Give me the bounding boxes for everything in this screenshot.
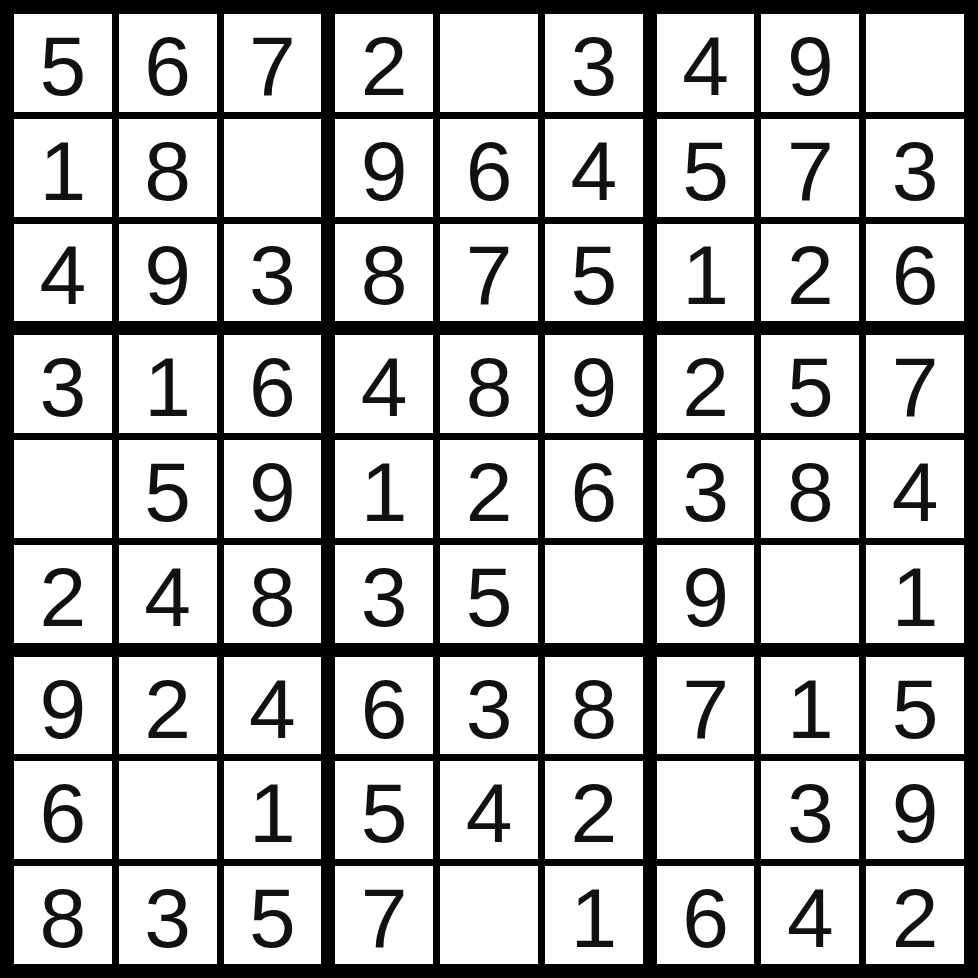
cell-r7c9: 5 (866, 657, 964, 755)
given-digit: 8 (144, 129, 191, 213)
cell-r3c5: 7 (440, 224, 538, 322)
given-digit: 3 (682, 450, 729, 534)
sudoku-box-3: 49573126 (657, 14, 964, 321)
given-digit: 4 (144, 555, 191, 639)
cell-r9c4: 7 (335, 866, 433, 964)
sudoku-box-1: 56718493 (14, 14, 321, 321)
given-digit: 8 (570, 667, 617, 751)
given-digit: 9 (892, 771, 939, 855)
cell-r4c8: 5 (761, 335, 859, 433)
sudoku-box-4: 31659248 (14, 335, 321, 642)
sudoku-box-5: 48912635 (335, 335, 642, 642)
cell-r8c9: 9 (866, 761, 964, 859)
cell-r6c4: 3 (335, 545, 433, 643)
given-digit: 3 (361, 555, 408, 639)
cell-r2c8: 7 (761, 119, 859, 217)
given-digit: 1 (361, 450, 408, 534)
given-digit: 5 (466, 555, 513, 639)
cell-r6c9: 1 (866, 545, 964, 643)
cell-r6c1: 2 (14, 545, 112, 643)
cell-r6c8[interactable] (761, 545, 859, 643)
cell-r2c2: 8 (119, 119, 217, 217)
cell-r1c2: 6 (119, 14, 217, 112)
cell-r2c4: 9 (335, 119, 433, 217)
cell-r7c3: 4 (224, 657, 322, 755)
cell-r7c2: 2 (119, 657, 217, 755)
cell-r4c9: 7 (866, 335, 964, 433)
given-digit: 5 (682, 129, 729, 213)
given-digit: 6 (682, 876, 729, 960)
given-digit: 9 (40, 667, 87, 751)
given-digit: 3 (570, 24, 617, 108)
cell-r1c3: 7 (224, 14, 322, 112)
cell-r5c3: 9 (224, 440, 322, 538)
cell-r3c8: 2 (761, 224, 859, 322)
given-digit: 2 (144, 667, 191, 751)
cell-r1c4: 2 (335, 14, 433, 112)
given-digit: 7 (892, 345, 939, 429)
cell-r9c9: 2 (866, 866, 964, 964)
cell-r5c2: 5 (119, 440, 217, 538)
given-digit: 5 (361, 771, 408, 855)
given-digit: 1 (249, 771, 296, 855)
given-digit: 8 (466, 345, 513, 429)
cell-r8c1: 6 (14, 761, 112, 859)
given-digit: 1 (144, 345, 191, 429)
given-digit: 4 (570, 129, 617, 213)
given-digit: 6 (892, 233, 939, 317)
cell-r5c4: 1 (335, 440, 433, 538)
cell-r9c1: 8 (14, 866, 112, 964)
cell-r7c4: 6 (335, 657, 433, 755)
sudoku-box-8: 63854271 (335, 657, 642, 964)
cell-r3c7: 1 (657, 224, 755, 322)
given-digit: 4 (892, 450, 939, 534)
given-digit: 1 (787, 667, 834, 751)
cell-r4c7: 2 (657, 335, 755, 433)
given-digit: 5 (892, 667, 939, 751)
cell-r8c8: 3 (761, 761, 859, 859)
given-digit: 9 (249, 450, 296, 534)
given-digit: 8 (361, 233, 408, 317)
cell-r8c5: 4 (440, 761, 538, 859)
given-digit: 8 (249, 555, 296, 639)
sudoku-box-2: 23964875 (335, 14, 642, 321)
given-digit: 1 (682, 233, 729, 317)
given-digit: 7 (361, 876, 408, 960)
cell-r1c9[interactable] (866, 14, 964, 112)
cell-r6c5: 5 (440, 545, 538, 643)
cell-r7c6: 8 (545, 657, 643, 755)
given-digit: 2 (682, 345, 729, 429)
cell-r9c7: 6 (657, 866, 755, 964)
cell-r5c9: 4 (866, 440, 964, 538)
cell-r8c7[interactable] (657, 761, 755, 859)
given-digit: 5 (570, 233, 617, 317)
cell-r2c7: 5 (657, 119, 755, 217)
given-digit: 7 (682, 667, 729, 751)
given-digit: 7 (249, 24, 296, 108)
cell-r2c9: 3 (866, 119, 964, 217)
cell-r5c1[interactable] (14, 440, 112, 538)
cell-r9c6: 1 (545, 866, 643, 964)
given-digit: 9 (361, 129, 408, 213)
given-digit: 3 (892, 129, 939, 213)
cell-r1c6: 3 (545, 14, 643, 112)
given-digit: 9 (787, 24, 834, 108)
cell-r4c4: 4 (335, 335, 433, 433)
cell-r2c1: 1 (14, 119, 112, 217)
given-digit: 6 (144, 24, 191, 108)
given-digit: 6 (466, 129, 513, 213)
given-digit: 8 (787, 450, 834, 534)
cell-r4c3: 6 (224, 335, 322, 433)
cell-r6c6[interactable] (545, 545, 643, 643)
given-digit: 6 (249, 345, 296, 429)
cell-r5c5: 2 (440, 440, 538, 538)
cell-r3c4: 8 (335, 224, 433, 322)
given-digit: 6 (570, 450, 617, 534)
given-digit: 2 (466, 450, 513, 534)
given-digit: 2 (361, 24, 408, 108)
given-digit: 3 (144, 876, 191, 960)
given-digit: 4 (361, 345, 408, 429)
given-digit: 8 (40, 876, 87, 960)
given-digit: 7 (787, 129, 834, 213)
cell-r1c8: 9 (761, 14, 859, 112)
cell-r2c6: 4 (545, 119, 643, 217)
cell-r1c7: 4 (657, 14, 755, 112)
cell-r6c3: 8 (224, 545, 322, 643)
given-digit: 4 (787, 876, 834, 960)
cell-r5c8: 8 (761, 440, 859, 538)
cell-r7c7: 7 (657, 657, 755, 755)
given-digit: 3 (40, 345, 87, 429)
cell-r1c5[interactable] (440, 14, 538, 112)
given-digit: 5 (249, 876, 296, 960)
cell-r6c7: 9 (657, 545, 755, 643)
cell-r1c1: 5 (14, 14, 112, 112)
cell-r9c3: 5 (224, 866, 322, 964)
sudoku-box-6: 25738491 (657, 335, 964, 642)
given-digit: 5 (40, 24, 87, 108)
given-digit: 3 (466, 667, 513, 751)
given-digit: 9 (682, 555, 729, 639)
cell-r9c8: 4 (761, 866, 859, 964)
cell-r4c6: 9 (545, 335, 643, 433)
cell-r3c6: 5 (545, 224, 643, 322)
cell-r8c6: 2 (545, 761, 643, 859)
cell-r6c2: 4 (119, 545, 217, 643)
sudoku-board: 5671849323964875495731263165924848912635… (0, 0, 978, 978)
cell-r5c7: 3 (657, 440, 755, 538)
cell-r2c3[interactable] (224, 119, 322, 217)
cell-r3c1: 4 (14, 224, 112, 322)
given-digit: 2 (570, 771, 617, 855)
cell-r9c5[interactable] (440, 866, 538, 964)
given-digit: 6 (40, 771, 87, 855)
cell-r7c1: 9 (14, 657, 112, 755)
given-digit: 2 (892, 876, 939, 960)
cell-r3c9: 6 (866, 224, 964, 322)
cell-r4c5: 8 (440, 335, 538, 433)
given-digit: 9 (144, 233, 191, 317)
cell-r3c2: 9 (119, 224, 217, 322)
cell-r8c2[interactable] (119, 761, 217, 859)
given-digit: 4 (249, 667, 296, 751)
cell-r9c2: 3 (119, 866, 217, 964)
given-digit: 1 (892, 555, 939, 639)
given-digit: 1 (40, 129, 87, 213)
given-digit: 3 (787, 771, 834, 855)
given-digit: 6 (361, 667, 408, 751)
sudoku-box-7: 92461835 (14, 657, 321, 964)
sudoku-box-9: 71539642 (657, 657, 964, 964)
given-digit: 1 (570, 876, 617, 960)
given-digit: 5 (787, 345, 834, 429)
cell-r8c3: 1 (224, 761, 322, 859)
given-digit: 4 (466, 771, 513, 855)
given-digit: 2 (40, 555, 87, 639)
cell-r4c2: 1 (119, 335, 217, 433)
cell-r2c5: 6 (440, 119, 538, 217)
cell-r3c3: 3 (224, 224, 322, 322)
given-digit: 2 (787, 233, 834, 317)
given-digit: 9 (570, 345, 617, 429)
sudoku-grid: 5671849323964875495731263165924848912635… (14, 14, 964, 964)
cell-r7c5: 3 (440, 657, 538, 755)
cell-r8c4: 5 (335, 761, 433, 859)
given-digit: 4 (682, 24, 729, 108)
given-digit: 4 (40, 233, 87, 317)
cell-r7c8: 1 (761, 657, 859, 755)
cell-r5c6: 6 (545, 440, 643, 538)
given-digit: 7 (466, 233, 513, 317)
given-digit: 5 (144, 450, 191, 534)
given-digit: 3 (249, 233, 296, 317)
cell-r4c1: 3 (14, 335, 112, 433)
